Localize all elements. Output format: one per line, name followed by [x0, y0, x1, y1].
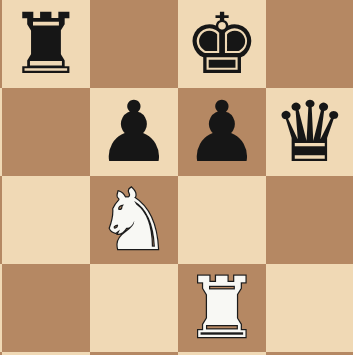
- black-queen-piece[interactable]: ♛: [266, 88, 353, 176]
- square-r2c2[interactable]: [178, 176, 266, 264]
- square-r3c0[interactable]: [2, 264, 90, 352]
- square-r1c3[interactable]: ♛: [266, 88, 353, 176]
- square-r1c2[interactable]: ♟: [178, 88, 266, 176]
- black-pawn-piece[interactable]: ♟: [178, 88, 266, 176]
- square-r2c0[interactable]: [2, 176, 90, 264]
- square-r2c1[interactable]: ♞: [90, 176, 178, 264]
- square-r0c3[interactable]: [266, 0, 353, 88]
- square-r3c2[interactable]: ♜: [178, 264, 266, 352]
- square-r1c1[interactable]: ♟: [90, 88, 178, 176]
- board-grid: ♜♚♟♟♛♞♜: [0, 0, 353, 355]
- square-r1c0[interactable]: [2, 88, 90, 176]
- square-r0c0[interactable]: ♜: [2, 0, 90, 88]
- square-r2c3[interactable]: [266, 176, 353, 264]
- square-r3c1[interactable]: [90, 264, 178, 352]
- square-r3c3[interactable]: [266, 264, 353, 352]
- black-pawn-piece[interactable]: ♟: [90, 88, 178, 176]
- chessboard: ♜♚♟♟♛♞♜: [0, 0, 353, 355]
- square-r0c1[interactable]: [90, 0, 178, 88]
- black-king-piece[interactable]: ♚: [178, 0, 266, 88]
- black-rook-piece[interactable]: ♜: [2, 0, 90, 88]
- square-r0c2[interactable]: ♚: [178, 0, 266, 88]
- white-rook-piece[interactable]: ♜: [178, 264, 266, 352]
- white-knight-piece[interactable]: ♞: [90, 176, 178, 264]
